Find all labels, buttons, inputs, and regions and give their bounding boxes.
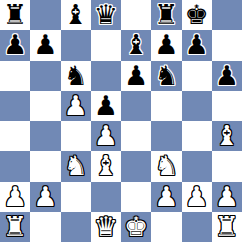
piece-white-rook[interactable]: ♜ (215, 212, 239, 242)
piece-white-pawn[interactable]: ♟ (33, 182, 57, 212)
piece-white-king[interactable]: ♚ (124, 212, 148, 242)
piece-black-pawn[interactable]: ♟ (154, 30, 178, 60)
piece-black-pawn[interactable]: ♟ (215, 61, 239, 91)
piece-black-knight[interactable]: ♞ (154, 61, 178, 91)
square-c3[interactable]: ♞ (61, 151, 91, 181)
square-e6[interactable]: ♟ (121, 61, 151, 91)
square-a6[interactable] (0, 61, 30, 91)
square-b8[interactable] (30, 0, 60, 30)
square-e4[interactable] (121, 121, 151, 151)
square-e3[interactable] (121, 151, 151, 181)
square-f7[interactable]: ♟ (151, 30, 181, 60)
piece-white-queen[interactable]: ♛ (94, 212, 118, 242)
square-d2[interactable] (91, 182, 121, 212)
piece-black-bishop[interactable]: ♝ (64, 0, 88, 30)
square-d3[interactable]: ♝ (91, 151, 121, 181)
square-g2[interactable]: ♟ (182, 182, 212, 212)
square-c7[interactable] (61, 30, 91, 60)
square-f4[interactable] (151, 121, 181, 151)
piece-white-pawn[interactable]: ♟ (94, 121, 118, 151)
square-h3[interactable] (212, 151, 242, 181)
square-b1[interactable] (30, 212, 60, 242)
square-e2[interactable] (121, 182, 151, 212)
square-f3[interactable]: ♞ (151, 151, 181, 181)
piece-black-queen[interactable]: ♛ (94, 0, 118, 30)
square-a7[interactable]: ♟ (0, 30, 30, 60)
square-a4[interactable] (0, 121, 30, 151)
piece-black-bishop[interactable]: ♝ (124, 30, 148, 60)
piece-black-rook[interactable]: ♜ (3, 0, 27, 30)
piece-white-bishop[interactable]: ♝ (215, 121, 239, 151)
square-b6[interactable] (30, 61, 60, 91)
square-g6[interactable] (182, 61, 212, 91)
square-a5[interactable] (0, 91, 30, 121)
square-g5[interactable] (182, 91, 212, 121)
square-b7[interactable]: ♟ (30, 30, 60, 60)
square-d5[interactable]: ♟ (91, 91, 121, 121)
square-a2[interactable]: ♟ (0, 182, 30, 212)
piece-white-knight[interactable]: ♞ (64, 151, 88, 181)
square-a8[interactable]: ♜ (0, 0, 30, 30)
piece-black-pawn[interactable]: ♟ (185, 30, 209, 60)
square-g3[interactable] (182, 151, 212, 181)
piece-white-pawn[interactable]: ♟ (215, 182, 239, 212)
square-d1[interactable]: ♛ (91, 212, 121, 242)
piece-white-bishop[interactable]: ♝ (94, 151, 118, 181)
square-a1[interactable]: ♜ (0, 212, 30, 242)
piece-black-knight[interactable]: ♞ (64, 61, 88, 91)
square-g8[interactable]: ♚ (182, 0, 212, 30)
piece-white-knight[interactable]: ♞ (154, 151, 178, 181)
square-d8[interactable]: ♛ (91, 0, 121, 30)
square-f8[interactable]: ♜ (151, 0, 181, 30)
square-e8[interactable] (121, 0, 151, 30)
square-f6[interactable]: ♞ (151, 61, 181, 91)
square-c6[interactable]: ♞ (61, 61, 91, 91)
square-h7[interactable] (212, 30, 242, 60)
square-b4[interactable] (30, 121, 60, 151)
square-c4[interactable] (61, 121, 91, 151)
piece-black-pawn[interactable]: ♟ (3, 30, 27, 60)
square-h6[interactable]: ♟ (212, 61, 242, 91)
square-h5[interactable] (212, 91, 242, 121)
piece-black-pawn[interactable]: ♟ (124, 61, 148, 91)
piece-white-pawn[interactable]: ♟ (64, 91, 88, 121)
square-a3[interactable] (0, 151, 30, 181)
square-h1[interactable]: ♜ (212, 212, 242, 242)
square-b3[interactable] (30, 151, 60, 181)
square-c8[interactable]: ♝ (61, 0, 91, 30)
square-d7[interactable] (91, 30, 121, 60)
square-b2[interactable]: ♟ (30, 182, 60, 212)
square-e1[interactable]: ♚ (121, 212, 151, 242)
square-f1[interactable] (151, 212, 181, 242)
square-g1[interactable] (182, 212, 212, 242)
piece-black-pawn[interactable]: ♟ (33, 30, 57, 60)
square-f5[interactable] (151, 91, 181, 121)
piece-white-pawn[interactable]: ♟ (185, 182, 209, 212)
square-h4[interactable]: ♝ (212, 121, 242, 151)
piece-white-pawn[interactable]: ♟ (3, 182, 27, 212)
square-c5[interactable]: ♟ (61, 91, 91, 121)
square-e7[interactable]: ♝ (121, 30, 151, 60)
square-d4[interactable]: ♟ (91, 121, 121, 151)
piece-black-rook[interactable]: ♜ (154, 0, 178, 30)
chess-board-widget: ♜♝♛♜♚♟♟♝♟♟♞♟♞♟♟♟♟♝♞♝♞♟♟♟♟♟♜♛♚♜ (0, 0, 242, 242)
square-e5[interactable] (121, 91, 151, 121)
piece-white-rook[interactable]: ♜ (3, 212, 27, 242)
square-c1[interactable] (61, 212, 91, 242)
square-d6[interactable] (91, 61, 121, 91)
piece-black-king[interactable]: ♚ (185, 0, 209, 30)
piece-black-pawn[interactable]: ♟ (94, 91, 118, 121)
square-b5[interactable] (30, 91, 60, 121)
square-g7[interactable]: ♟ (182, 30, 212, 60)
square-h2[interactable]: ♟ (212, 182, 242, 212)
piece-white-pawn[interactable]: ♟ (154, 182, 178, 212)
square-f2[interactable]: ♟ (151, 182, 181, 212)
chess-board: ♜♝♛♜♚♟♟♝♟♟♞♟♞♟♟♟♟♝♞♝♞♟♟♟♟♟♜♛♚♜ (0, 0, 242, 242)
square-h8[interactable] (212, 0, 242, 30)
square-g4[interactable] (182, 121, 212, 151)
square-c2[interactable] (61, 182, 91, 212)
